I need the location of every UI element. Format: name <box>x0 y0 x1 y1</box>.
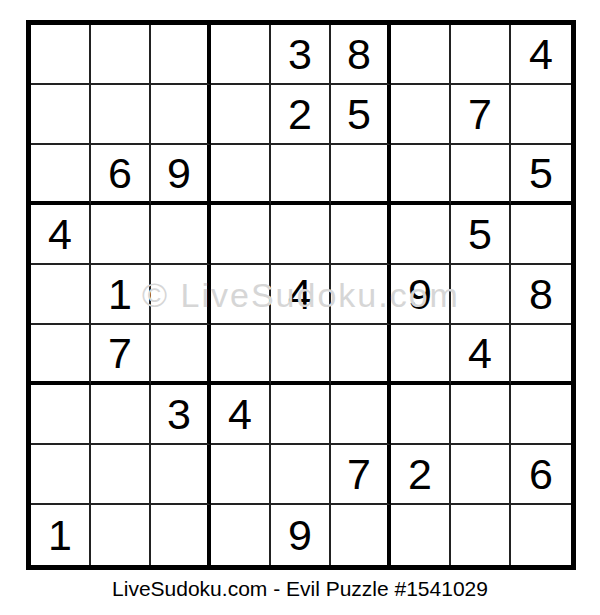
cell-r2c1[interactable] <box>31 85 91 145</box>
cell-r4c3[interactable] <box>151 205 211 265</box>
cell-r8c8[interactable] <box>451 445 511 505</box>
cell-r1c8[interactable] <box>451 25 511 85</box>
cell-r1c9[interactable]: 4 <box>511 25 571 85</box>
cell-r3c7[interactable] <box>391 145 451 205</box>
cell-r2c8[interactable]: 7 <box>451 85 511 145</box>
cell-r9c2[interactable] <box>91 505 151 565</box>
cell-r6c9[interactable] <box>511 325 571 385</box>
cell-r1c1[interactable] <box>31 25 91 85</box>
cell-r7c7[interactable] <box>391 385 451 445</box>
cell-r2c3[interactable] <box>151 85 211 145</box>
cell-r5c7[interactable]: 9 <box>391 265 451 325</box>
cell-r6c2[interactable]: 7 <box>91 325 151 385</box>
cell-r9c8[interactable] <box>451 505 511 565</box>
cell-r4c7[interactable] <box>391 205 451 265</box>
cell-r4c1[interactable]: 4 <box>31 205 91 265</box>
cell-r9c7[interactable] <box>391 505 451 565</box>
cell-r4c6[interactable] <box>331 205 391 265</box>
page: 384257695451498743472619 © LiveSudoku.co… <box>0 0 600 615</box>
cell-r8c3[interactable] <box>151 445 211 505</box>
cell-r5c3[interactable] <box>151 265 211 325</box>
sudoku-board: 384257695451498743472619 © LiveSudoku.co… <box>26 20 576 570</box>
cell-r7c2[interactable] <box>91 385 151 445</box>
cell-r5c6[interactable] <box>331 265 391 325</box>
cell-r9c5[interactable]: 9 <box>271 505 331 565</box>
cell-r6c4[interactable] <box>211 325 271 385</box>
cell-r8c4[interactable] <box>211 445 271 505</box>
cell-r9c1[interactable]: 1 <box>31 505 91 565</box>
cell-r4c2[interactable] <box>91 205 151 265</box>
cell-r2c7[interactable] <box>391 85 451 145</box>
cell-r4c4[interactable] <box>211 205 271 265</box>
cell-r3c3[interactable]: 9 <box>151 145 211 205</box>
cell-r6c3[interactable] <box>151 325 211 385</box>
cell-r5c9[interactable]: 8 <box>511 265 571 325</box>
cell-r7c6[interactable] <box>331 385 391 445</box>
cell-r5c2[interactable]: 1 <box>91 265 151 325</box>
cell-r1c3[interactable] <box>151 25 211 85</box>
cell-r3c2[interactable]: 6 <box>91 145 151 205</box>
cell-r1c7[interactable] <box>391 25 451 85</box>
cell-r8c9[interactable]: 6 <box>511 445 571 505</box>
cell-r8c6[interactable]: 7 <box>331 445 391 505</box>
cell-r7c9[interactable] <box>511 385 571 445</box>
cell-r3c5[interactable] <box>271 145 331 205</box>
cell-r1c5[interactable]: 3 <box>271 25 331 85</box>
cell-r9c3[interactable] <box>151 505 211 565</box>
cell-r8c1[interactable] <box>31 445 91 505</box>
cell-r6c7[interactable] <box>391 325 451 385</box>
cell-r2c9[interactable] <box>511 85 571 145</box>
cell-r4c9[interactable] <box>511 205 571 265</box>
cell-r5c1[interactable] <box>31 265 91 325</box>
cell-r7c3[interactable]: 3 <box>151 385 211 445</box>
cell-r5c4[interactable] <box>211 265 271 325</box>
sudoku-grid: 384257695451498743472619 <box>26 20 576 570</box>
cell-r7c1[interactable] <box>31 385 91 445</box>
caption: LiveSudoku.com - Evil Puzzle #1541029 <box>0 577 600 601</box>
cell-r7c5[interactable] <box>271 385 331 445</box>
cell-r8c5[interactable] <box>271 445 331 505</box>
cell-r9c4[interactable] <box>211 505 271 565</box>
cell-r1c6[interactable]: 8 <box>331 25 391 85</box>
cell-r2c2[interactable] <box>91 85 151 145</box>
cell-r7c4[interactable]: 4 <box>211 385 271 445</box>
cell-r6c6[interactable] <box>331 325 391 385</box>
cell-r2c5[interactable]: 2 <box>271 85 331 145</box>
cell-r1c4[interactable] <box>211 25 271 85</box>
cell-r4c5[interactable] <box>271 205 331 265</box>
cell-r8c7[interactable]: 2 <box>391 445 451 505</box>
cell-r2c6[interactable]: 5 <box>331 85 391 145</box>
cell-r8c2[interactable] <box>91 445 151 505</box>
cell-r3c4[interactable] <box>211 145 271 205</box>
cell-r6c1[interactable] <box>31 325 91 385</box>
cell-r1c2[interactable] <box>91 25 151 85</box>
cell-r3c1[interactable] <box>31 145 91 205</box>
cell-r4c8[interactable]: 5 <box>451 205 511 265</box>
cell-r7c8[interactable] <box>451 385 511 445</box>
cell-r5c5[interactable]: 4 <box>271 265 331 325</box>
cell-r3c6[interactable] <box>331 145 391 205</box>
cell-r5c8[interactable] <box>451 265 511 325</box>
cell-r6c5[interactable] <box>271 325 331 385</box>
cell-r2c4[interactable] <box>211 85 271 145</box>
cell-r9c6[interactable] <box>331 505 391 565</box>
cell-r3c9[interactable]: 5 <box>511 145 571 205</box>
cell-r3c8[interactable] <box>451 145 511 205</box>
cell-r9c9[interactable] <box>511 505 571 565</box>
cell-r6c8[interactable]: 4 <box>451 325 511 385</box>
